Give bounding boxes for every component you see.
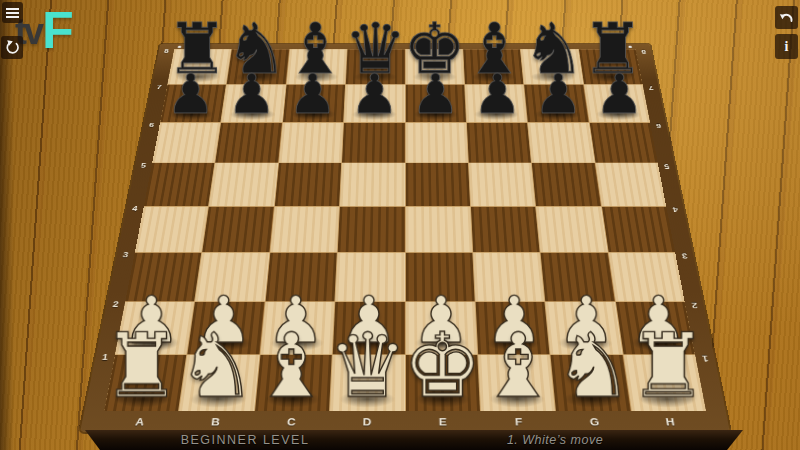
move-indicator: 1. White’s move (507, 433, 603, 447)
square-f5[interactable] (469, 163, 536, 206)
file-label-f: F (480, 413, 557, 432)
info-icon: i (785, 39, 789, 55)
square-c1[interactable]: ♝ (255, 355, 332, 411)
undo-icon (778, 9, 795, 26)
square-d7[interactable]: ♟ (344, 85, 405, 122)
menu-icon (6, 8, 19, 18)
square-c5[interactable] (275, 163, 342, 206)
square-b7[interactable]: ♟ (221, 85, 285, 122)
square-d1[interactable]: ♛ (330, 355, 404, 411)
file-label-b: B (176, 413, 254, 432)
file-label-c: C (253, 413, 330, 432)
white-rook[interactable]: ♜ (629, 321, 709, 410)
square-c7[interactable]: ♟ (283, 85, 345, 122)
rotate-ccw-icon (4, 39, 21, 56)
menu-button[interactable] (2, 2, 23, 23)
info-button[interactable]: i (775, 34, 798, 59)
file-label-a: A (100, 413, 179, 432)
chessboard: 87654321 87654321 ♜♞♝♛♚♝♞♜♟♟♟♟♟♟♟♟♟♟♟♟♟♟… (80, 44, 730, 432)
board-grid: ♜♞♝♛♚♝♞♜♟♟♟♟♟♟♟♟♟♟♟♟♟♟♟♟♜♞♝♛♚♝♞♜ (104, 49, 706, 411)
level-label: BEGINNER LEVEL (181, 433, 310, 447)
black-pawn[interactable]: ♟ (472, 67, 521, 122)
square-h4[interactable] (602, 206, 675, 251)
square-e1[interactable]: ♚ (405, 355, 479, 411)
status-bar: BEGINNER LEVEL 1. White’s move (85, 430, 743, 450)
square-b1[interactable]: ♞ (179, 355, 259, 411)
square-h5[interactable] (595, 163, 666, 206)
chess-app-screen: 87654321 87654321 ♜♞♝♛♚♝♞♜♟♟♟♟♟♟♟♟♟♟♟♟♟♟… (0, 0, 800, 450)
black-pawn[interactable]: ♟ (350, 67, 399, 122)
square-f7[interactable]: ♟ (465, 85, 527, 122)
black-pawn[interactable]: ♟ (227, 67, 276, 122)
square-g1[interactable]: ♞ (551, 355, 631, 411)
square-e4[interactable] (405, 206, 472, 251)
square-e5[interactable] (405, 163, 470, 206)
black-pawn[interactable]: ♟ (595, 67, 644, 122)
black-pawn[interactable]: ♟ (411, 67, 460, 122)
file-label-d: D (329, 413, 405, 432)
white-bishop[interactable]: ♝ (252, 321, 332, 410)
square-c6[interactable] (279, 123, 343, 163)
file-label-e: E (405, 413, 481, 432)
logo-suffix: F (42, 4, 74, 56)
white-king[interactable]: ♚ (403, 321, 483, 410)
square-a1[interactable]: ♜ (104, 355, 187, 411)
square-h1[interactable]: ♜ (623, 355, 706, 411)
square-d4[interactable] (338, 206, 405, 251)
square-d5[interactable] (340, 163, 405, 206)
square-b4[interactable] (203, 206, 274, 251)
logo: tv F (15, 4, 74, 56)
rotate-button[interactable] (1, 36, 23, 59)
square-h6[interactable] (589, 123, 657, 163)
black-pawn[interactable]: ♟ (534, 67, 583, 122)
square-f4[interactable] (471, 206, 540, 251)
square-a6[interactable] (152, 123, 220, 163)
white-rook[interactable]: ♜ (102, 321, 182, 410)
square-g6[interactable] (528, 123, 594, 163)
white-bishop[interactable]: ♝ (478, 321, 558, 410)
square-b5[interactable] (209, 163, 278, 206)
white-knight[interactable]: ♞ (177, 321, 257, 410)
black-pawn[interactable]: ♟ (289, 67, 338, 122)
square-f1[interactable]: ♝ (478, 355, 555, 411)
square-g7[interactable]: ♟ (524, 85, 588, 122)
square-c4[interactable] (270, 206, 339, 251)
square-g4[interactable] (536, 206, 607, 251)
file-label-h: H (631, 413, 710, 432)
file-label-g: G (556, 413, 634, 432)
black-pawn[interactable]: ♟ (166, 67, 215, 122)
white-queen[interactable]: ♛ (328, 321, 408, 410)
square-a5[interactable] (144, 163, 215, 206)
square-f6[interactable] (467, 123, 531, 163)
square-b6[interactable] (216, 123, 282, 163)
undo-button[interactable] (775, 6, 798, 29)
square-d6[interactable] (342, 123, 404, 163)
file-labels: ABCDEFGH (100, 413, 710, 432)
square-g5[interactable] (532, 163, 601, 206)
square-e7[interactable]: ♟ (405, 85, 466, 122)
square-h7[interactable]: ♟ (584, 85, 650, 122)
white-knight[interactable]: ♞ (553, 321, 633, 410)
square-a7[interactable]: ♟ (160, 85, 226, 122)
square-e6[interactable] (405, 123, 467, 163)
square-a4[interactable] (135, 206, 208, 251)
